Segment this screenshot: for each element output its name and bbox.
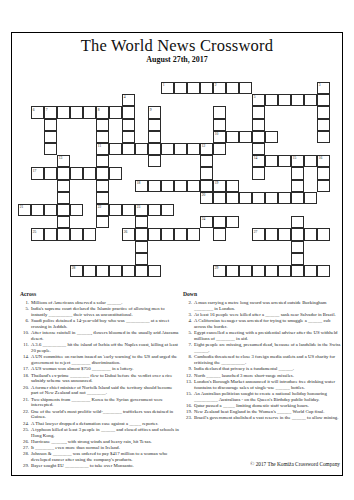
- grid-cell: [278, 228, 291, 240]
- grid-cell: [57, 192, 70, 204]
- clue-number: 27.: [20, 445, 31, 451]
- grid-cell: [317, 94, 330, 106]
- cell-number-label: 11: [98, 144, 101, 148]
- grid-cell: [304, 192, 317, 204]
- grid-cell: [265, 94, 278, 106]
- cell-number-label: 23: [137, 205, 141, 209]
- across-clue: 1.Millions of Americans observed a solar…: [20, 300, 179, 306]
- grid-cell: [200, 82, 213, 94]
- clue-text: One of the world's most prolific wild-__…: [31, 409, 179, 421]
- grid-cell: [161, 204, 174, 216]
- grid-cell: [83, 167, 96, 179]
- across-clue: 25.A typhoon killed at least 3 people in…: [20, 427, 179, 439]
- grid-cell: [44, 167, 57, 179]
- grid-cell: [187, 180, 200, 192]
- across-clue: 5.India's supreme court declared the Isl…: [20, 306, 179, 318]
- grid-cell: 26: [122, 228, 135, 240]
- cell-number-label: 20: [202, 193, 206, 197]
- clue-text: Bayer sought EU __________ to take over …: [31, 463, 179, 469]
- grid-cell: [226, 180, 239, 192]
- grid-cell: [252, 192, 265, 204]
- clue-text: New Zealand beat England in the Women's …: [194, 409, 342, 415]
- grid-cell: [122, 204, 135, 216]
- grid-cell: [213, 216, 226, 228]
- clue-text: After intense rainfall in ______, flower…: [31, 330, 179, 342]
- clue-number: 12.: [183, 373, 194, 379]
- grid-cell: [44, 228, 57, 240]
- grid-cell: [161, 180, 174, 192]
- clue-number: 5.: [20, 306, 31, 318]
- clue-number: 24.: [20, 421, 31, 427]
- clue-text: A UN committee on racism issued an 'earl…: [31, 354, 179, 366]
- grid-cell: 18: [135, 180, 148, 192]
- down-clue: 12.North ______ launched 3 more short-ra…: [183, 373, 342, 379]
- cell-number-label: 19: [215, 181, 219, 185]
- across-clue-list: 1.Millions of Americans observed a solar…: [20, 300, 179, 469]
- clue-number: 1.: [20, 300, 31, 306]
- grid-cell: [83, 228, 96, 240]
- grid-cell: 24: [200, 216, 213, 228]
- grid-cell: [57, 228, 70, 240]
- clue-text: Eight people are missing, presumed dead,…: [194, 342, 342, 354]
- clue-text: A former chief minister of Norfolk Islan…: [31, 385, 179, 397]
- clue-number: 21.: [20, 397, 31, 409]
- grid-cell: [187, 143, 200, 155]
- clue-number: 10.: [20, 330, 31, 342]
- grid-cell: 4: [122, 94, 135, 106]
- grid-cell: [278, 94, 291, 106]
- grid-cell: 3: [317, 82, 330, 94]
- cell-number-label: 12: [202, 144, 206, 148]
- clue-number: 15.: [183, 391, 194, 403]
- across-clue: 26.Hurricane ______, with strong winds a…: [20, 439, 179, 445]
- clue-number: 19.: [183, 409, 194, 415]
- grid-cell: [239, 82, 252, 94]
- grid-cell: 10: [213, 131, 226, 143]
- grid-cell: [122, 119, 135, 131]
- copyright-line: © 2017 The Komiža Crossword Company: [250, 461, 340, 467]
- clue-text: Brazil's government abolished a vast res…: [194, 415, 342, 421]
- clue-text: An Australian politician sought to creat…: [194, 391, 342, 403]
- grid-cell: [135, 216, 148, 228]
- clue-number: 26.: [20, 439, 31, 445]
- grid-cell: [135, 228, 148, 240]
- grid-cell: [213, 143, 226, 155]
- grid-cell: [278, 265, 291, 277]
- clue-number: 2.: [183, 300, 194, 312]
- grid-cell: [291, 265, 304, 277]
- grid-cell: [96, 131, 109, 143]
- across-clue: 14.A UN committee on racism issued an 'e…: [20, 354, 179, 366]
- grid-cell: [122, 106, 135, 118]
- page-title: The World News Crossword: [0, 36, 354, 56]
- grid-cell: [213, 228, 226, 240]
- grid-cell: [109, 265, 122, 277]
- grid-cell: [148, 180, 161, 192]
- clue-number: 16.: [183, 403, 194, 409]
- grid-cell: [317, 131, 330, 143]
- grid-cell: [317, 106, 330, 118]
- grid-cell: 8: [96, 106, 109, 118]
- cell-number-label: 28: [72, 266, 76, 270]
- grid-cell: [252, 106, 265, 118]
- grid-cell: [265, 155, 278, 167]
- clue-number: 13.: [183, 379, 194, 391]
- grid-cell: [135, 241, 148, 253]
- clue-number: 9.: [183, 366, 194, 372]
- grid-cell: [148, 119, 161, 131]
- cell-number-label: 26: [124, 230, 128, 234]
- grid-cell: [265, 265, 278, 277]
- down-clue: 5.Egypt cancelled a meeting with a presi…: [183, 330, 342, 342]
- grid-cell: 14: [252, 155, 265, 167]
- cell-number-label: 5: [254, 95, 256, 99]
- cell-number-label: 24: [202, 217, 206, 221]
- cell-number-label: 8: [98, 108, 100, 112]
- down-clue: 16.Qatar passed a _____ limiting domesti…: [183, 403, 342, 409]
- clue-text: At least 16 people were killed after a _…: [194, 312, 342, 318]
- grid-cell: [226, 82, 239, 94]
- grid-cell: [213, 119, 226, 131]
- grid-cell: [213, 106, 226, 118]
- grid-cell: [265, 228, 278, 240]
- grid-cell: [31, 204, 44, 216]
- cell-number-label: 7: [46, 108, 48, 112]
- grid-cell: [291, 228, 304, 240]
- across-clue: 20.A former chief minister of Norfolk Is…: [20, 385, 179, 397]
- grid-cell: [148, 143, 161, 155]
- grid-cell: [70, 106, 83, 118]
- grid-cell: 29: [213, 265, 226, 277]
- grid-cell: [226, 216, 239, 228]
- clue-number: 22.: [20, 409, 31, 421]
- grid-cell: [44, 131, 57, 143]
- grid-cell: 22: [96, 204, 109, 216]
- across-clue: 6.Saudi police detained a 14-year-old bo…: [20, 318, 179, 330]
- clue-number: 18.: [20, 373, 31, 385]
- across-clue: 27.It ________ even more than normal in …: [20, 445, 179, 451]
- across-clue: 24.A Thai lawyer dropped a defamation ca…: [20, 421, 179, 427]
- across-clues-column: Across 1.Millions of Americans observed …: [20, 292, 179, 469]
- grid-cell: [96, 119, 109, 131]
- grid-cell: 21: [18, 204, 31, 216]
- cell-number-label: 14: [254, 156, 258, 160]
- grid-cell: [96, 167, 109, 179]
- grid-cell: [44, 204, 57, 216]
- grid-cell: [317, 180, 330, 192]
- clue-number: 7.: [183, 342, 194, 354]
- clue-text: Egypt cancelled a meeting with a preside…: [194, 330, 342, 342]
- cell-number-label: 4: [124, 95, 126, 99]
- grid-cell: 23: [135, 204, 148, 216]
- grid-cell: [109, 106, 122, 118]
- grid-cell: [291, 167, 304, 179]
- grid-cell: [291, 180, 304, 192]
- grid-cell: [135, 143, 148, 155]
- grid-cell: [252, 167, 265, 179]
- clue-number: 8.: [183, 354, 194, 366]
- grid-cell: [148, 265, 161, 277]
- clue-text: A man carrying a metre long sword was ar…: [194, 300, 342, 312]
- grid-cell: [200, 155, 213, 167]
- grid-cell: [135, 253, 148, 265]
- grid-cell: [96, 155, 109, 167]
- clue-number: 11.: [20, 342, 31, 354]
- clue-number: 4.: [183, 318, 194, 330]
- grid-cell: [226, 131, 239, 143]
- grid-cell: [174, 82, 187, 94]
- grid-cell: 11: [96, 143, 109, 155]
- clue-number: 29.: [20, 463, 31, 469]
- down-clue: 3.At least 16 people were killed after a…: [183, 312, 342, 318]
- grid-cell: [122, 265, 135, 277]
- clue-text: Qatar passed a _____ limiting domestic s…: [194, 403, 342, 409]
- grid-cell: 25: [31, 228, 44, 240]
- grid-cell: 7: [44, 106, 57, 118]
- clue-number: 6.: [20, 318, 31, 330]
- across-clue: 11.A 3.6 __________ hit the island of Is…: [20, 342, 179, 354]
- grid-cell: [291, 216, 304, 228]
- grid-cell: [304, 94, 317, 106]
- page-date: August 27th, 2017: [0, 55, 354, 64]
- down-clue: 9.India declared that privacy is a funda…: [183, 366, 342, 372]
- grid-cell: 15: [291, 155, 304, 167]
- grid-cell: [265, 192, 278, 204]
- grid-cell: [174, 180, 187, 192]
- clue-number: 25.: [20, 427, 31, 439]
- crossword-grid: 1234567891011121314151617181920212223242…: [18, 82, 330, 278]
- across-clue: 17.A US woman won almost $750 ________ i…: [20, 366, 179, 372]
- clue-text: A US woman won almost $750 ________ in a…: [31, 366, 179, 372]
- clue-number: 14.: [20, 354, 31, 366]
- grid-cell: [252, 131, 265, 143]
- grid-cell: [83, 106, 96, 118]
- cell-number-label: 17: [33, 169, 37, 173]
- grid-cell: [96, 192, 109, 204]
- grid-cell: [70, 228, 83, 240]
- clue-text: A Californian teenager was arrested for …: [194, 318, 342, 330]
- grid-cell: [304, 228, 317, 240]
- clue-text: A Thai lawyer dropped a defamation case …: [31, 421, 179, 427]
- grid-cell: [252, 143, 265, 155]
- down-clue: 7.Eight people are missing, presumed dea…: [183, 342, 342, 354]
- grid-cell: [109, 204, 122, 216]
- grid-cell: [200, 180, 213, 192]
- grid-cell: [317, 228, 330, 240]
- grid-cell: [291, 94, 304, 106]
- across-clue: 28.Johnson & ________ was ordered to pay…: [20, 451, 179, 463]
- grid-cell: [304, 155, 317, 167]
- grid-cell: [122, 131, 135, 143]
- grid-cell: [239, 265, 252, 277]
- grid-cell: [96, 265, 109, 277]
- grid-cell: [57, 204, 70, 216]
- grid-cell: [239, 192, 252, 204]
- grid-cell: 13: [57, 155, 70, 167]
- cell-number-label: 22: [98, 205, 102, 209]
- down-clue: 2.A man carrying a metre long sword was …: [183, 300, 342, 312]
- grid-cell: 6: [31, 106, 44, 118]
- grid-cell: [187, 228, 200, 240]
- grid-cell: [57, 106, 70, 118]
- grid-cell: [148, 228, 161, 240]
- grid-cell: 17: [31, 167, 44, 179]
- clue-text: India declared that privacy is a fundame…: [194, 366, 342, 372]
- grid-cell: 20: [200, 192, 213, 204]
- grid-cell: [278, 155, 291, 167]
- clue-text: A typhoon killed at least 3 people in __…: [31, 427, 179, 439]
- cell-number-label: 29: [215, 266, 219, 270]
- grid-cell: [44, 143, 57, 155]
- grid-cell: [83, 265, 96, 277]
- clue-number: 17.: [20, 366, 31, 372]
- cell-number-label: 10: [215, 132, 219, 136]
- grid-cell: [109, 167, 122, 179]
- grid-cell: [226, 265, 239, 277]
- clue-text: Cambodia threatened to close 3 foreign m…: [194, 354, 342, 366]
- clue-text: A 3.6 __________ hit the island of Ischi…: [31, 342, 179, 354]
- cell-number-label: 9: [150, 108, 152, 112]
- across-clue: 18.Thailand's ex-prime ________ flew to …: [20, 373, 179, 385]
- grid-cell: [96, 180, 109, 192]
- clue-number: 5.: [183, 330, 194, 342]
- cell-number-label: 16: [319, 156, 323, 160]
- grid-cell: [44, 119, 57, 131]
- cell-number-label: 2: [215, 83, 217, 87]
- grid-cell: [278, 192, 291, 204]
- grid-cell: [148, 131, 161, 143]
- down-clue: 13.London's Borough Market announced it …: [183, 379, 342, 391]
- across-header: Across: [20, 292, 179, 298]
- down-clue: 8.Cambodia threatened to close 3 foreign…: [183, 354, 342, 366]
- grid-cell: [317, 119, 330, 131]
- clue-text: India's supreme court declared the Islam…: [31, 306, 179, 318]
- across-clue: 22.One of the world's most prolific wild…: [20, 409, 179, 421]
- grid-cell: [148, 155, 161, 167]
- grid-cell: 1: [161, 82, 174, 94]
- grid-cell: [70, 204, 83, 216]
- grid-cell: [96, 216, 109, 228]
- grid-cell: 28: [70, 265, 83, 277]
- clue-text: It ________ even more than normal in Ire…: [31, 445, 179, 451]
- grid-cell: 16: [317, 155, 330, 167]
- grid-cell: [304, 265, 317, 277]
- cell-number-label: 27: [254, 230, 258, 234]
- grid-cell: [291, 253, 304, 265]
- down-clue: 15.An Australian politician sought to cr…: [183, 391, 342, 403]
- grid-cell: 19: [213, 180, 226, 192]
- clue-number: 20.: [20, 385, 31, 397]
- grid-cell: [213, 192, 226, 204]
- down-clues-column: Down 2.A man carrying a metre long sword…: [183, 292, 342, 421]
- clue-text: Johnson & ________ was ordered to pay $4…: [31, 451, 179, 463]
- down-clue: 23.Brazil's government abolished a vast …: [183, 415, 342, 421]
- grid-cell: [174, 228, 187, 240]
- grid-cell: [161, 228, 174, 240]
- grid-cell: [57, 180, 70, 192]
- cell-number-label: 15: [293, 156, 297, 160]
- clue-text: Hurricane ______, with strong winds and …: [31, 439, 179, 445]
- grid-cell: 2: [213, 82, 226, 94]
- across-clue: 29.Bayer sought EU __________ to take ov…: [20, 463, 179, 469]
- clue-text: Two shipments from ________ Korea to the…: [31, 397, 179, 409]
- cell-number-label: 25: [33, 230, 37, 234]
- grid-cell: [265, 131, 278, 143]
- clue-text: London's Borough Market announced it wil…: [194, 379, 342, 391]
- down-clue: 4.A Californian teenager was arrested fo…: [183, 318, 342, 330]
- cell-number-label: 21: [20, 205, 24, 209]
- cell-number-label: 1: [163, 83, 165, 87]
- grid-cell: [291, 241, 304, 253]
- cell-number-label: 18: [137, 181, 141, 185]
- grid-cell: [57, 216, 70, 228]
- crossword-page: The World News Crossword August 27th, 20…: [0, 0, 354, 500]
- clue-number: 3.: [183, 312, 194, 318]
- grid-cell: [122, 143, 135, 155]
- grid-cell: [291, 192, 304, 204]
- grid-cell: 9: [148, 106, 161, 118]
- across-clue: 10.After intense rainfall in ______, flo…: [20, 330, 179, 342]
- grid-cell: 27: [252, 228, 265, 240]
- clue-text: Millions of Americans observed a solar _…: [31, 300, 179, 306]
- grid-cell: [252, 119, 265, 131]
- grid-cell: [109, 143, 122, 155]
- cell-number-label: 6: [33, 108, 35, 112]
- down-clue: 19.New Zealand beat England in the Women…: [183, 409, 342, 415]
- clue-text: Thailand's ex-prime ________ flew to Dub…: [31, 373, 179, 385]
- grid-cell: [70, 167, 83, 179]
- cell-number-label: 13: [59, 156, 63, 160]
- grid-cell: [161, 143, 174, 155]
- across-clue: 21.Two shipments from ________ Korea to …: [20, 397, 179, 409]
- grid-cell: [174, 143, 187, 155]
- down-header: Down: [183, 292, 342, 298]
- grid-cell: [239, 131, 252, 143]
- grid-cell: [57, 167, 70, 179]
- grid-cell: 12: [200, 143, 213, 155]
- grid-cell: [187, 82, 200, 94]
- cell-number-label: 3: [319, 83, 321, 87]
- grid-cell: 5: [252, 94, 265, 106]
- grid-cell: [317, 265, 330, 277]
- grid-cell: [317, 167, 330, 179]
- clue-text: Saudi police detained a 14-year-old boy …: [31, 318, 179, 330]
- grid-cell: [252, 265, 265, 277]
- down-clue-list: 2.A man carrying a metre long sword was …: [183, 300, 342, 421]
- grid-cell: [226, 192, 239, 204]
- clue-number: 23.: [183, 415, 194, 421]
- clue-text: North ______ launched 3 more short-range…: [194, 373, 342, 379]
- clue-number: 28.: [20, 451, 31, 463]
- grid-cell: [135, 265, 148, 277]
- grid-cell: [148, 204, 161, 216]
- grid-cell: [200, 167, 213, 179]
